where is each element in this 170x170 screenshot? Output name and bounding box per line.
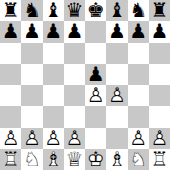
- square-a2[interactable]: ♟♙: [0, 128, 21, 149]
- white-rook: ♖: [149, 149, 170, 170]
- square-f6[interactable]: [106, 43, 127, 64]
- square-e5[interactable]: ♟: [85, 64, 106, 85]
- square-b6[interactable]: [21, 43, 42, 64]
- square-g7[interactable]: ♟: [128, 21, 149, 42]
- square-e4[interactable]: ♟♙: [85, 85, 106, 106]
- white-pawn: ♙: [0, 128, 21, 149]
- black-rook: ♜: [0, 0, 21, 21]
- black-knight: ♞: [21, 0, 42, 21]
- square-f7[interactable]: ♟: [106, 21, 127, 42]
- white-pawn-fill: ♟: [43, 128, 64, 149]
- white-pawn: ♙: [128, 128, 149, 149]
- white-bishop: ♗: [43, 149, 64, 170]
- square-h8[interactable]: ♜: [149, 0, 170, 21]
- square-g8[interactable]: ♞: [128, 0, 149, 21]
- square-e8[interactable]: ♚: [85, 0, 106, 21]
- square-f4[interactable]: ♟♙: [106, 85, 127, 106]
- white-rook-fill: ♜: [0, 149, 21, 170]
- square-g4[interactable]: [128, 85, 149, 106]
- black-pawn: ♟: [106, 21, 127, 42]
- square-c5[interactable]: [43, 64, 64, 85]
- white-pawn-fill: ♟: [21, 128, 42, 149]
- white-pawn: ♙: [149, 128, 170, 149]
- square-d5[interactable]: [64, 64, 85, 85]
- square-b3[interactable]: [21, 106, 42, 127]
- white-knight-fill: ♞: [128, 149, 149, 170]
- square-e2[interactable]: [85, 128, 106, 149]
- square-g6[interactable]: [128, 43, 149, 64]
- square-c3[interactable]: [43, 106, 64, 127]
- square-b5[interactable]: [21, 64, 42, 85]
- square-a3[interactable]: [0, 106, 21, 127]
- black-pawn: ♟: [21, 21, 42, 42]
- square-a6[interactable]: [0, 43, 21, 64]
- white-pawn: ♙: [106, 85, 127, 106]
- square-e7[interactable]: [85, 21, 106, 42]
- square-b1[interactable]: ♞♘: [21, 149, 42, 170]
- black-bishop: ♝: [43, 0, 64, 21]
- square-h4[interactable]: [149, 85, 170, 106]
- black-pawn: ♟: [128, 21, 149, 42]
- square-f5[interactable]: [106, 64, 127, 85]
- square-h1[interactable]: ♜♖: [149, 149, 170, 170]
- white-knight: ♘: [128, 149, 149, 170]
- white-pawn-fill: ♟: [149, 128, 170, 149]
- square-f8[interactable]: ♝: [106, 0, 127, 21]
- square-d1[interactable]: ♛♕: [64, 149, 85, 170]
- square-g3[interactable]: [128, 106, 149, 127]
- black-bishop: ♝: [106, 0, 127, 21]
- square-g5[interactable]: [128, 64, 149, 85]
- square-d6[interactable]: [64, 43, 85, 64]
- square-h3[interactable]: [149, 106, 170, 127]
- square-e3[interactable]: [85, 106, 106, 127]
- square-f3[interactable]: [106, 106, 127, 127]
- square-d3[interactable]: [64, 106, 85, 127]
- square-e6[interactable]: [85, 43, 106, 64]
- white-pawn-fill: ♟: [128, 128, 149, 149]
- square-h6[interactable]: [149, 43, 170, 64]
- square-a5[interactable]: [0, 64, 21, 85]
- square-c7[interactable]: ♟: [43, 21, 64, 42]
- white-bishop-fill: ♝: [43, 149, 64, 170]
- square-c4[interactable]: [43, 85, 64, 106]
- square-c1[interactable]: ♝♗: [43, 149, 64, 170]
- white-rook-fill: ♜: [149, 149, 170, 170]
- black-king: ♚: [85, 0, 106, 21]
- square-b2[interactable]: ♟♙: [21, 128, 42, 149]
- square-c8[interactable]: ♝: [43, 0, 64, 21]
- white-bishop: ♗: [106, 149, 127, 170]
- white-pawn-fill: ♟: [85, 85, 106, 106]
- white-pawn: ♙: [21, 128, 42, 149]
- white-rook: ♖: [0, 149, 21, 170]
- white-pawn: ♙: [43, 128, 64, 149]
- square-b8[interactable]: ♞: [21, 0, 42, 21]
- square-d4[interactable]: [64, 85, 85, 106]
- black-knight: ♞: [128, 0, 149, 21]
- black-pawn: ♟: [64, 21, 85, 42]
- square-a8[interactable]: ♜: [0, 0, 21, 21]
- square-a1[interactable]: ♜♖: [0, 149, 21, 170]
- white-king-fill: ♚: [85, 149, 106, 170]
- square-e1[interactable]: ♚♔: [85, 149, 106, 170]
- square-d7[interactable]: ♟: [64, 21, 85, 42]
- white-pawn-fill: ♟: [64, 128, 85, 149]
- square-h2[interactable]: ♟♙: [149, 128, 170, 149]
- chess-board: ♜♞♝♛♚♝♞♜♟♟♟♟♟♟♟♟♟♙♟♙♟♙♟♙♟♙♟♙♟♙♟♙♜♖♞♘♝♗♛♕…: [0, 0, 170, 170]
- black-pawn: ♟: [149, 21, 170, 42]
- square-a7[interactable]: ♟: [0, 21, 21, 42]
- white-queen-fill: ♛: [64, 149, 85, 170]
- square-h7[interactable]: ♟: [149, 21, 170, 42]
- square-f1[interactable]: ♝♗: [106, 149, 127, 170]
- square-d2[interactable]: ♟♙: [64, 128, 85, 149]
- black-rook: ♜: [149, 0, 170, 21]
- square-h5[interactable]: [149, 64, 170, 85]
- square-g1[interactable]: ♞♘: [128, 149, 149, 170]
- square-b4[interactable]: [21, 85, 42, 106]
- black-queen: ♛: [64, 0, 85, 21]
- white-knight-fill: ♞: [21, 149, 42, 170]
- white-bishop-fill: ♝: [106, 149, 127, 170]
- square-c2[interactable]: ♟♙: [43, 128, 64, 149]
- white-pawn: ♙: [85, 85, 106, 106]
- black-pawn: ♟: [85, 64, 106, 85]
- square-c6[interactable]: [43, 43, 64, 64]
- square-g2[interactable]: ♟♙: [128, 128, 149, 149]
- square-a4[interactable]: [0, 85, 21, 106]
- square-d8[interactable]: ♛: [64, 0, 85, 21]
- white-pawn: ♙: [64, 128, 85, 149]
- white-pawn-fill: ♟: [106, 85, 127, 106]
- black-pawn: ♟: [0, 21, 21, 42]
- white-knight: ♘: [21, 149, 42, 170]
- white-king: ♔: [85, 149, 106, 170]
- white-pawn-fill: ♟: [0, 128, 21, 149]
- white-queen: ♕: [64, 149, 85, 170]
- square-b7[interactable]: ♟: [21, 21, 42, 42]
- black-pawn: ♟: [43, 21, 64, 42]
- square-f2[interactable]: [106, 128, 127, 149]
